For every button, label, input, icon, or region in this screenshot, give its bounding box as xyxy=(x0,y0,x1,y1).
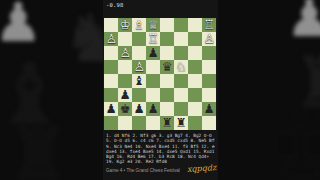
square-e8 xyxy=(146,116,160,130)
square-b1 xyxy=(188,18,202,32)
square-c1 xyxy=(174,18,188,32)
square-g4 xyxy=(118,60,132,74)
square-h4 xyxy=(104,60,118,74)
square-a3 xyxy=(202,46,216,60)
square-a1: ♖ xyxy=(202,18,216,32)
evaluation-text: -0.98 xyxy=(106,2,124,8)
white-king: ♔ xyxy=(118,18,132,32)
square-g2 xyxy=(118,32,132,46)
square-h7: ♟ xyxy=(104,102,118,116)
white-pawn: ♙ xyxy=(118,46,132,60)
square-h1 xyxy=(104,18,118,32)
black-king: ♚ xyxy=(118,102,132,116)
black-rook: ♜ xyxy=(160,116,174,130)
pawn-top-left-icon: ♟ xyxy=(0,0,42,50)
square-c8: ♜ xyxy=(174,116,188,130)
square-f2 xyxy=(132,32,146,46)
square-b6 xyxy=(188,88,202,102)
white-queen: ♕ xyxy=(146,18,160,32)
square-e5 xyxy=(146,74,160,88)
move-line: 5. O-O d5 6. c4 c6 7. cxd5 cxd5 8. Ne5 B… xyxy=(106,138,215,143)
black-pawn: ♟ xyxy=(104,102,118,116)
square-e3: ♟ xyxy=(146,46,160,60)
square-b7 xyxy=(188,102,202,116)
square-a2: ♙ xyxy=(202,32,216,46)
white-rook: ♖ xyxy=(146,32,160,46)
square-c4: ♘ xyxy=(174,60,188,74)
square-a4 xyxy=(202,60,216,74)
video-frame: ♟♞♝♜♟♜♚ -0.98 ♔♗♕♖♙♖♙♙♟♙♛♘♝♟♟♚♟♟♟♜♜ 1. d… xyxy=(0,0,320,180)
square-c3 xyxy=(174,46,188,60)
square-c2 xyxy=(174,32,188,46)
square-b5 xyxy=(188,74,202,88)
square-h2: ♙ xyxy=(104,32,118,46)
square-f8 xyxy=(132,116,146,130)
square-e7: ♟ xyxy=(146,102,160,116)
white-knight: ♘ xyxy=(174,60,188,74)
black-queen: ♛ xyxy=(160,60,174,74)
watermark-signature: xqpqdz xyxy=(187,163,217,174)
square-b4 xyxy=(188,60,202,74)
square-h6 xyxy=(104,88,118,102)
black-pawn: ♟ xyxy=(132,102,146,116)
square-c7 xyxy=(174,102,188,116)
king-bottom-right-icon: ♚ xyxy=(258,100,320,180)
square-g7: ♚ xyxy=(118,102,132,116)
square-e6 xyxy=(146,88,160,102)
video-strip[interactable]: -0.98 ♔♗♕♖♙♖♙♙♟♙♛♘♝♟♟♚♟♟♟♜♜ 1. d4 Nf6 2.… xyxy=(103,0,218,180)
pawn-top-right-icon: ♟ xyxy=(286,0,320,44)
square-f3 xyxy=(132,46,146,60)
square-f5: ♝ xyxy=(132,74,146,88)
square-a7: ♟ xyxy=(202,102,216,116)
square-h3 xyxy=(104,46,118,60)
square-e2: ♖ xyxy=(146,32,160,46)
black-pawn: ♟ xyxy=(202,102,216,116)
square-g6: ♟ xyxy=(118,88,132,102)
square-d5 xyxy=(160,74,174,88)
rook-bottom-left-icon: ♜ xyxy=(6,118,71,180)
square-d1 xyxy=(160,18,174,32)
square-d8: ♜ xyxy=(160,116,174,130)
square-g5 xyxy=(118,74,132,88)
square-f1: ♗ xyxy=(132,18,146,32)
chess-board: ♔♗♕♖♙♖♙♙♟♙♛♘♝♟♟♚♟♟♟♜♜ xyxy=(104,18,216,130)
square-e4 xyxy=(146,60,160,74)
white-pawn: ♙ xyxy=(202,32,216,46)
square-c5 xyxy=(174,74,188,88)
square-d4: ♛ xyxy=(160,60,174,74)
square-h5 xyxy=(104,74,118,88)
square-g1: ♔ xyxy=(118,18,132,32)
video-caption: Game 4 • The Grand Chess Festival xyxy=(106,168,180,173)
black-bishop: ♝ xyxy=(132,74,146,88)
white-rook: ♖ xyxy=(202,18,216,32)
square-a8 xyxy=(202,116,216,130)
black-rook: ♜ xyxy=(174,116,188,130)
square-a6 xyxy=(202,88,216,102)
white-pawn: ♙ xyxy=(104,32,118,46)
square-e1: ♕ xyxy=(146,18,160,32)
white-bishop: ♗ xyxy=(132,18,146,32)
square-c6 xyxy=(174,88,188,102)
square-b2 xyxy=(188,32,202,46)
black-pawn: ♟ xyxy=(146,46,160,60)
square-f7: ♟ xyxy=(132,102,146,116)
square-d7 xyxy=(160,102,174,116)
square-d6 xyxy=(160,88,174,102)
square-d3 xyxy=(160,46,174,60)
black-pawn: ♟ xyxy=(146,102,160,116)
square-b8 xyxy=(188,116,202,130)
square-g8 xyxy=(118,116,132,130)
square-d2 xyxy=(160,32,174,46)
square-b3 xyxy=(188,46,202,60)
square-f4: ♙ xyxy=(132,60,146,74)
square-a5 xyxy=(202,74,216,88)
square-h8 xyxy=(104,116,118,130)
move-list: 1. d4 Nf6 2. Nf3 g6 3. g3 Bg7 4. Bg2 O-O… xyxy=(106,133,215,165)
square-f6 xyxy=(132,88,146,102)
caption-row: Game 4 • The Grand Chess Festival xqpqdz xyxy=(106,164,216,173)
square-g3: ♙ xyxy=(118,46,132,60)
black-pawn: ♟ xyxy=(118,88,132,102)
white-pawn: ♙ xyxy=(132,60,146,74)
